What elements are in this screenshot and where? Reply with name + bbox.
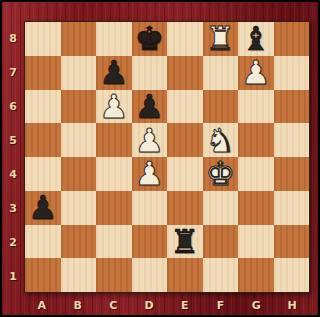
square-h8[interactable]	[274, 22, 310, 56]
square-h5[interactable]	[274, 123, 310, 157]
square-g5[interactable]	[238, 123, 274, 157]
square-d4[interactable]: ♟	[132, 157, 168, 191]
square-d5[interactable]: ♟	[132, 123, 168, 157]
white-rook-f8[interactable]: ♜	[205, 22, 235, 55]
white-pawn-d4[interactable]: ♟	[134, 157, 164, 190]
square-a8[interactable]	[25, 22, 61, 56]
square-f5[interactable]: ♞	[203, 123, 239, 157]
square-b1[interactable]	[61, 258, 97, 292]
square-c7[interactable]: ♟	[96, 56, 132, 90]
file-label-e: E	[167, 293, 203, 317]
square-h2[interactable]	[274, 225, 310, 259]
square-h4[interactable]	[274, 157, 310, 191]
square-b2[interactable]	[61, 225, 97, 259]
black-pawn-d6[interactable]: ♟	[134, 90, 164, 123]
square-d1[interactable]	[132, 258, 168, 292]
square-f1[interactable]	[203, 258, 239, 292]
file-label-g: G	[239, 293, 275, 317]
rank-label-4: 4	[2, 157, 24, 191]
square-c3[interactable]	[96, 191, 132, 225]
square-a7[interactable]	[25, 56, 61, 90]
white-knight-f5[interactable]: ♞	[205, 124, 235, 157]
white-pawn-d5[interactable]: ♟	[134, 124, 164, 157]
rank-label-7: 7	[2, 55, 24, 89]
square-a5[interactable]	[25, 123, 61, 157]
square-b7[interactable]	[61, 56, 97, 90]
square-h1[interactable]	[274, 258, 310, 292]
square-f7[interactable]	[203, 56, 239, 90]
square-c2[interactable]	[96, 225, 132, 259]
square-b8[interactable]	[61, 22, 97, 56]
square-d2[interactable]	[132, 225, 168, 259]
rank-label-2: 2	[2, 225, 24, 259]
square-g7[interactable]: ♟	[238, 56, 274, 90]
square-h3[interactable]	[274, 191, 310, 225]
square-e4[interactable]	[167, 157, 203, 191]
square-c5[interactable]	[96, 123, 132, 157]
square-e6[interactable]	[167, 90, 203, 124]
black-bishop-g8[interactable]: ♝	[241, 22, 271, 55]
rank-label-8: 8	[2, 21, 24, 55]
file-label-c: C	[96, 293, 132, 317]
square-d3[interactable]	[132, 191, 168, 225]
square-e3[interactable]	[167, 191, 203, 225]
square-a2[interactable]	[25, 225, 61, 259]
square-b4[interactable]	[61, 157, 97, 191]
square-f3[interactable]	[203, 191, 239, 225]
square-a4[interactable]	[25, 157, 61, 191]
rank-labels: 8 7 6 5 4 3 2 1	[2, 21, 24, 293]
white-pawn-g7[interactable]: ♟	[241, 56, 271, 89]
square-d7[interactable]	[132, 56, 168, 90]
white-king-f4[interactable]: ♚	[205, 157, 235, 190]
square-c6[interactable]: ♟	[96, 90, 132, 124]
square-b5[interactable]	[61, 123, 97, 157]
square-e7[interactable]	[167, 56, 203, 90]
square-h6[interactable]	[274, 90, 310, 124]
square-d6[interactable]: ♟	[132, 90, 168, 124]
square-e1[interactable]	[167, 258, 203, 292]
square-a3[interactable]: ♟	[25, 191, 61, 225]
square-g3[interactable]	[238, 191, 274, 225]
black-king-d8[interactable]: ♚	[134, 22, 164, 55]
file-label-a: A	[24, 293, 60, 317]
square-b3[interactable]	[61, 191, 97, 225]
square-g4[interactable]	[238, 157, 274, 191]
square-f2[interactable]	[203, 225, 239, 259]
rank-label-6: 6	[2, 89, 24, 123]
square-c4[interactable]	[96, 157, 132, 191]
square-g8[interactable]: ♝	[238, 22, 274, 56]
square-f4[interactable]: ♚	[203, 157, 239, 191]
black-pawn-a3[interactable]: ♟	[28, 191, 58, 224]
square-g2[interactable]	[238, 225, 274, 259]
black-rook-e2[interactable]: ♜	[170, 225, 200, 258]
file-label-f: F	[203, 293, 239, 317]
square-f8[interactable]: ♜	[203, 22, 239, 56]
black-pawn-c7[interactable]: ♟	[99, 56, 129, 89]
file-labels: A B C D E F G H	[24, 293, 310, 317]
square-d8[interactable]: ♚	[132, 22, 168, 56]
square-g1[interactable]	[238, 258, 274, 292]
square-h7[interactable]	[274, 56, 310, 90]
square-c8[interactable]	[96, 22, 132, 56]
square-a6[interactable]	[25, 90, 61, 124]
file-label-b: B	[60, 293, 96, 317]
rank-label-3: 3	[2, 191, 24, 225]
chessboard-diagram: ♚♜♝♟♟♟♟♟♞♟♚♟♜ 8 7 6 5 4 3 2 1 A B C D E …	[0, 0, 320, 317]
square-e5[interactable]	[167, 123, 203, 157]
square-a1[interactable]	[25, 258, 61, 292]
square-c1[interactable]	[96, 258, 132, 292]
square-b6[interactable]	[61, 90, 97, 124]
rank-label-5: 5	[2, 123, 24, 157]
file-label-d: D	[131, 293, 167, 317]
square-f6[interactable]	[203, 90, 239, 124]
white-pawn-c6[interactable]: ♟	[99, 90, 129, 123]
square-e8[interactable]	[167, 22, 203, 56]
rank-label-1: 1	[2, 259, 24, 293]
square-g6[interactable]	[238, 90, 274, 124]
square-e2[interactable]: ♜	[167, 225, 203, 259]
board: ♚♜♝♟♟♟♟♟♞♟♚♟♜	[24, 21, 310, 293]
file-label-h: H	[274, 293, 310, 317]
